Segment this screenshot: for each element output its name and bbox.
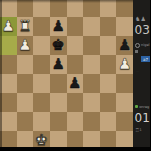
square-f3[interactable] (83, 93, 100, 112)
piece-black-pawn[interactable]: ♟ (67, 74, 84, 93)
panel-icon (135, 50, 138, 53)
square-g5[interactable] (100, 55, 117, 74)
square-e6[interactable] (67, 36, 84, 55)
square-b8[interactable] (17, 0, 34, 17)
square-f8[interactable] (83, 0, 100, 17)
square-d5[interactable]: ♟ (50, 55, 67, 74)
clock-bottom: 01: (135, 111, 151, 125)
square-g3[interactable] (100, 93, 117, 112)
square-f4[interactable] (83, 74, 100, 93)
square-h8[interactable] (116, 0, 133, 17)
player-top[interactable]: nigel (135, 43, 150, 48)
square-f2[interactable] (83, 112, 100, 131)
square-c7[interactable] (33, 17, 50, 36)
captured-pieces-top: ♞♟ (135, 15, 146, 22)
square-e2[interactable] (67, 112, 84, 131)
piece-black-king[interactable]: ♚ (50, 36, 67, 55)
square-c6[interactable] (33, 36, 50, 55)
panel-text: … (136, 69, 139, 73)
square-a3[interactable] (0, 93, 17, 112)
square-e7[interactable] (67, 17, 84, 36)
square-a8[interactable] (0, 0, 17, 17)
square-d7[interactable]: ♟ (50, 17, 67, 36)
square-g8[interactable] (100, 0, 117, 17)
player-top-name: nigel (141, 43, 150, 47)
square-f6[interactable] (83, 36, 100, 55)
square-f7[interactable] (83, 17, 100, 36)
square-c3[interactable] (33, 93, 50, 112)
square-d6[interactable]: ♚ (50, 36, 67, 55)
square-b4[interactable] (17, 74, 34, 93)
square-h6[interactable]: ♟ (116, 36, 133, 55)
captured-pieces-bottom: ♖¹ (135, 127, 142, 133)
piece-black-pawn[interactable]: ♟ (116, 36, 133, 55)
square-h7[interactable] (116, 17, 133, 36)
square-f5[interactable] (83, 55, 100, 74)
square-c2[interactable] (33, 112, 50, 131)
online-indicator-icon (135, 105, 138, 108)
chess-board: ♟♜♟♟♚♟♟♟♟♚ (0, 0, 133, 150)
piece-black-pawn[interactable]: ♟ (50, 17, 67, 36)
square-b3[interactable] (17, 93, 34, 112)
board-left-edge (0, 0, 2, 150)
current-move[interactable]: a7 (141, 56, 150, 62)
square-d2[interactable] (50, 112, 67, 131)
square-h4[interactable] (116, 74, 133, 93)
square-a6[interactable] (0, 36, 17, 55)
clock-top: 03: (135, 23, 151, 37)
square-h3[interactable] (116, 93, 133, 112)
side-panel: ♞♟ 03: nigel a7 … onreg 01: ♖¹ (133, 0, 150, 150)
square-d4[interactable] (50, 74, 67, 93)
square-e3[interactable] (67, 93, 84, 112)
player-bottom-name: onreg (139, 105, 149, 109)
user-status-icon (135, 43, 140, 48)
square-d3[interactable] (50, 93, 67, 112)
square-b6[interactable]: ♟ (17, 36, 34, 55)
square-a2[interactable] (0, 112, 17, 131)
square-c5[interactable] (33, 55, 50, 74)
piece-white-pawn[interactable]: ♟ (0, 17, 17, 36)
square-g4[interactable] (100, 74, 117, 93)
square-b5[interactable] (17, 55, 34, 74)
bottom-bar (0, 147, 150, 151)
square-b7[interactable]: ♜ (17, 17, 34, 36)
square-e5[interactable] (67, 55, 84, 74)
square-a4[interactable] (0, 74, 17, 93)
move-list: a7 (133, 56, 150, 62)
piece-white-pawn[interactable]: ♟ (17, 36, 34, 55)
piece-white-rook[interactable]: ♜ (17, 17, 34, 36)
square-c4[interactable] (33, 74, 50, 93)
square-a7[interactable]: ♟ (0, 17, 17, 36)
square-a5[interactable] (0, 55, 17, 74)
piece-black-pawn[interactable]: ♟ (50, 55, 67, 74)
player-bottom[interactable]: onreg (135, 105, 150, 109)
square-b2[interactable] (17, 112, 34, 131)
square-e8[interactable] (67, 0, 84, 17)
square-g7[interactable] (100, 17, 117, 36)
square-d8[interactable] (50, 0, 67, 17)
piece-white-pawn[interactable]: ♟ (116, 55, 133, 74)
square-h5[interactable]: ♟ (116, 55, 133, 74)
square-h2[interactable] (116, 112, 133, 131)
square-c8[interactable] (33, 0, 50, 17)
square-g2[interactable] (100, 112, 117, 131)
square-g6[interactable] (100, 36, 117, 55)
app: ♟♜♟♟♚♟♟♟♟♚ ♞♟ 03: nigel a7 … onreg 01: ♖… (0, 0, 150, 150)
square-e4[interactable]: ♟ (67, 74, 84, 93)
